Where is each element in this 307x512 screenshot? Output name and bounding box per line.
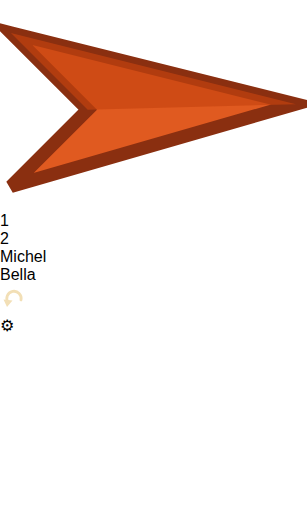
gear-icon: ⚙ bbox=[0, 317, 14, 334]
undo-arrow-icon bbox=[0, 284, 28, 312]
restart-arrow-icon bbox=[0, 335, 28, 363]
white-player-plate: Michel bbox=[0, 248, 307, 266]
black-player-plate: Bella bbox=[0, 266, 307, 284]
app-background: 1 2 Michel Bella ⚙ bbox=[0, 0, 307, 512]
black-player-name: Bella bbox=[0, 266, 36, 283]
settings-button[interactable]: ⚙ bbox=[0, 316, 307, 335]
black-score: 2 bbox=[0, 230, 307, 248]
white-score: 1 bbox=[0, 212, 307, 230]
undo-button[interactable] bbox=[0, 284, 307, 316]
white-player-name: Michel bbox=[0, 248, 46, 265]
turn-indicator-arrow-icon bbox=[0, 0, 307, 208]
restart-button[interactable] bbox=[0, 335, 307, 367]
